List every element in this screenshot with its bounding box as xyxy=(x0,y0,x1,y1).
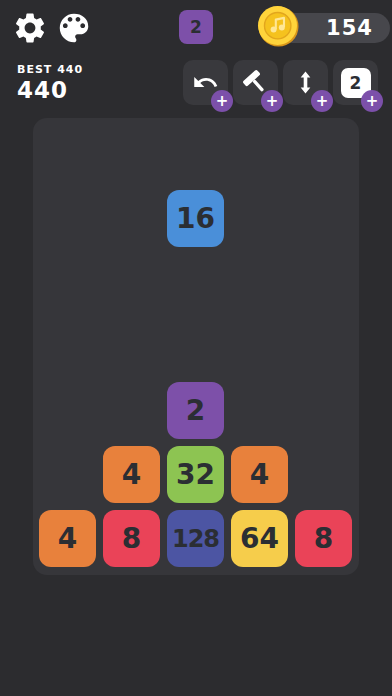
tile-4: 4 xyxy=(39,510,96,567)
coin-count: 154 xyxy=(326,16,373,40)
coin-icon xyxy=(257,5,299,47)
tile-32: 32 xyxy=(167,446,224,503)
score-panel: BEST 440 440 xyxy=(17,63,83,103)
tile-2: 2 xyxy=(167,382,224,439)
tile-128: 128 xyxy=(167,510,224,567)
hammer-buy-badge: + xyxy=(261,90,283,112)
tile-64: 64 xyxy=(231,510,288,567)
gear-icon xyxy=(12,10,48,46)
tile-8: 8 xyxy=(295,510,352,567)
current-score: 440 xyxy=(17,77,83,103)
theme-button[interactable] xyxy=(55,9,93,47)
swap-buy-badge: + xyxy=(311,90,333,112)
hammer-button[interactable]: + xyxy=(233,60,278,105)
settings-button[interactable] xyxy=(12,10,48,46)
best-score-label: BEST 440 xyxy=(17,63,83,76)
small-tile-buy-badge: + xyxy=(361,90,383,112)
tile-16[interactable]: 16 xyxy=(167,190,224,247)
swap-button[interactable]: + xyxy=(283,60,328,105)
tile-4: 4 xyxy=(103,446,160,503)
palette-icon xyxy=(55,9,93,47)
board[interactable]: 162432448128648 xyxy=(33,118,359,575)
game-screen: 2 154 BEST 440 440 + + + 2 + xyxy=(0,0,392,696)
undo-button[interactable]: + xyxy=(183,60,228,105)
next-tile-preview: 2 xyxy=(179,10,213,44)
undo-buy-badge: + xyxy=(211,90,233,112)
tile-8: 8 xyxy=(103,510,160,567)
small-tile-button[interactable]: 2 + xyxy=(333,60,378,105)
tile-4: 4 xyxy=(231,446,288,503)
